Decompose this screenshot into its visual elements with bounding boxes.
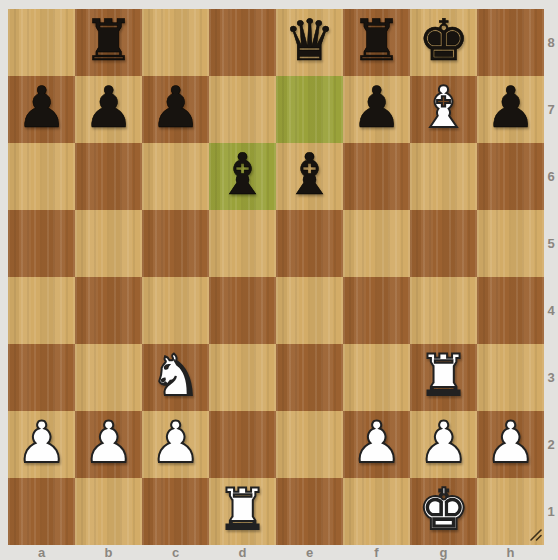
square-c8[interactable] [142,9,209,76]
square-g5[interactable] [410,210,477,277]
white-pawn-f2[interactable]: ♟ [351,409,402,476]
square-h3[interactable] [477,344,544,411]
square-a5[interactable] [8,210,75,277]
square-c2[interactable]: ♟ [142,411,209,478]
rank-label-7: 7 [544,76,558,143]
square-g8[interactable]: ♚ [410,9,477,76]
file-label-a: a [8,545,75,560]
square-d8[interactable] [209,9,276,76]
square-b7[interactable]: ♟ [75,76,142,143]
square-a3[interactable] [8,344,75,411]
square-f4[interactable] [343,277,410,344]
resize-handle-icon[interactable] [529,528,543,542]
black-bishop-d6[interactable]: ♝ [217,141,268,208]
square-a2[interactable]: ♟ [8,411,75,478]
white-pawn-c2[interactable]: ♟ [150,409,201,476]
square-h2[interactable]: ♟ [477,411,544,478]
square-d1[interactable]: ♜ [209,478,276,545]
file-label-h: h [477,545,544,560]
chess-app-stage: ♜♛♜♚♟♟♟♟♝♟♝♝♞♜♟♟♟♟♟♟♜♚ 87654321 abcdefgh [0,0,558,560]
square-f6[interactable] [343,143,410,210]
black-king-g8[interactable]: ♚ [418,7,469,74]
square-b4[interactable] [75,277,142,344]
square-e5[interactable] [276,210,343,277]
file-label-b: b [75,545,142,560]
black-queen-e8[interactable]: ♛ [284,7,335,74]
square-b1[interactable] [75,478,142,545]
square-e1[interactable] [276,478,343,545]
square-h7[interactable]: ♟ [477,76,544,143]
square-d7[interactable] [209,76,276,143]
black-pawn-a7[interactable]: ♟ [16,74,67,141]
square-e4[interactable] [276,277,343,344]
square-g2[interactable]: ♟ [410,411,477,478]
square-c7[interactable]: ♟ [142,76,209,143]
square-f2[interactable]: ♟ [343,411,410,478]
square-a8[interactable] [8,9,75,76]
rank-label-5: 5 [544,210,558,277]
square-d6[interactable]: ♝ [209,143,276,210]
white-rook-d1[interactable]: ♜ [217,476,268,543]
white-knight-c3[interactable]: ♞ [150,342,201,409]
square-f5[interactable] [343,210,410,277]
square-a1[interactable] [8,478,75,545]
square-e8[interactable]: ♛ [276,9,343,76]
square-g1[interactable]: ♚ [410,478,477,545]
black-bishop-e6[interactable]: ♝ [284,141,335,208]
white-rook-g3[interactable]: ♜ [418,342,469,409]
file-label-c: c [142,545,209,560]
square-h6[interactable] [477,143,544,210]
white-bishop-g7[interactable]: ♝ [418,74,469,141]
square-f3[interactable] [343,344,410,411]
black-pawn-h7[interactable]: ♟ [485,74,536,141]
square-d3[interactable] [209,344,276,411]
square-a7[interactable]: ♟ [8,76,75,143]
white-pawn-h2[interactable]: ♟ [485,409,536,476]
file-label-e: e [276,545,343,560]
white-king-g1[interactable]: ♚ [418,476,469,543]
rank-label-8: 8 [544,9,558,76]
black-rook-b8[interactable]: ♜ [83,7,134,74]
black-pawn-f7[interactable]: ♟ [351,74,402,141]
square-g4[interactable] [410,277,477,344]
rank-label-4: 4 [544,277,558,344]
square-b5[interactable] [75,210,142,277]
square-c3[interactable]: ♞ [142,344,209,411]
square-a6[interactable] [8,143,75,210]
square-f8[interactable]: ♜ [343,9,410,76]
square-c6[interactable] [142,143,209,210]
square-g6[interactable] [410,143,477,210]
square-b2[interactable]: ♟ [75,411,142,478]
square-h5[interactable] [477,210,544,277]
square-c4[interactable] [142,277,209,344]
rank-label-2: 2 [544,411,558,478]
square-h4[interactable] [477,277,544,344]
square-f1[interactable] [343,478,410,545]
rank-label-3: 3 [544,344,558,411]
square-c5[interactable] [142,210,209,277]
black-pawn-b7[interactable]: ♟ [83,74,134,141]
black-rook-f8[interactable]: ♜ [351,7,402,74]
file-label-f: f [343,545,410,560]
rank-label-1: 1 [544,478,558,545]
square-g7[interactable]: ♝ [410,76,477,143]
square-e3[interactable] [276,344,343,411]
white-pawn-g2[interactable]: ♟ [418,409,469,476]
square-d2[interactable] [209,411,276,478]
square-b6[interactable] [75,143,142,210]
file-label-g: g [410,545,477,560]
file-label-d: d [209,545,276,560]
rank-label-6: 6 [544,143,558,210]
square-b8[interactable]: ♜ [75,9,142,76]
square-h8[interactable] [477,9,544,76]
square-f7[interactable]: ♟ [343,76,410,143]
square-c1[interactable] [142,478,209,545]
square-e7[interactable] [276,76,343,143]
square-b3[interactable] [75,344,142,411]
chess-board[interactable]: ♜♛♜♚♟♟♟♟♝♟♝♝♞♜♟♟♟♟♟♟♜♚ [8,9,544,545]
white-pawn-a2[interactable]: ♟ [16,409,67,476]
square-e2[interactable] [276,411,343,478]
square-g3[interactable]: ♜ [410,344,477,411]
black-pawn-c7[interactable]: ♟ [150,74,201,141]
white-pawn-b2[interactable]: ♟ [83,409,134,476]
rank-labels: 87654321 [544,9,558,545]
square-d4[interactable] [209,277,276,344]
square-d5[interactable] [209,210,276,277]
square-a4[interactable] [8,277,75,344]
file-labels: abcdefgh [8,545,544,560]
square-e6[interactable]: ♝ [276,143,343,210]
